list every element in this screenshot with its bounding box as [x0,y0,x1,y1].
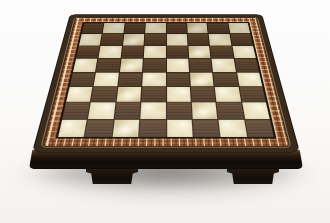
board-square-r7c8[interactable] [230,34,253,45]
board-square-r7c1[interactable] [79,34,102,45]
board-square-r5c7[interactable] [212,59,236,72]
board-square-r3c3[interactable] [116,87,141,102]
board-square-r2c3[interactable] [114,103,140,119]
board-square-r7c7[interactable] [209,34,231,45]
board-square-r6c1[interactable] [76,46,100,58]
board-square-r3c5[interactable] [167,87,191,102]
board-square-r8c4[interactable] [145,23,165,34]
board-square-r1c1[interactable] [58,119,87,136]
board-square-r7c4[interactable] [145,34,166,45]
board-square-r2c4[interactable] [141,103,166,119]
board-square-r5c4[interactable] [143,59,165,72]
board-square-r1c7[interactable] [219,119,247,136]
board-square-r1c3[interactable] [112,119,139,136]
board-square-r3c6[interactable] [191,87,216,102]
board-square-r4c7[interactable] [213,72,238,86]
board-square-r5c8[interactable] [234,59,259,72]
board-square-r2c6[interactable] [192,103,218,119]
photo-background [0,0,330,223]
board-square-r4c1[interactable] [70,72,96,86]
board-square-r4c3[interactable] [118,72,142,86]
board-square-r7c2[interactable] [101,34,123,45]
board-square-r8c1[interactable] [82,23,104,34]
board-square-r2c5[interactable] [167,103,192,119]
board-square-r3c4[interactable] [141,87,165,102]
board-square-r8c2[interactable] [103,23,125,34]
board-square-r2c2[interactable] [88,103,115,119]
board-square-r8c3[interactable] [124,23,145,34]
board-square-r4c2[interactable] [94,72,119,86]
board-square-r1c4[interactable] [139,119,165,136]
board-square-r6c7[interactable] [210,46,233,58]
board-square-r4c5[interactable] [167,72,190,86]
board-square-r6c4[interactable] [144,46,166,58]
board-square-r7c3[interactable] [123,34,145,45]
board-square-r5c5[interactable] [166,59,188,72]
board-square-r1c6[interactable] [193,119,220,136]
board-square-r8c6[interactable] [187,23,208,34]
board-square-r6c6[interactable] [188,46,210,58]
board-front-edge [29,150,303,169]
board-square-r2c8[interactable] [242,103,270,119]
board-square-r5c6[interactable] [189,59,212,72]
board-square-r7c6[interactable] [188,34,210,45]
board-square-r3c8[interactable] [239,87,266,102]
board-square-r4c4[interactable] [142,72,165,86]
board-square-r6c5[interactable] [166,46,188,58]
board-square-r4c6[interactable] [190,72,214,86]
chess-board [32,14,300,153]
board-square-r7c5[interactable] [166,34,187,45]
board-square-r8c8[interactable] [228,23,250,34]
board-square-r6c8[interactable] [232,46,256,58]
board-square-r8c5[interactable] [166,23,186,34]
board-square-r1c5[interactable] [167,119,193,136]
board-square-r4c8[interactable] [237,72,263,86]
board-square-r6c2[interactable] [99,46,122,58]
board-squares-grid [58,23,274,137]
board-square-r2c1[interactable] [62,103,90,119]
board-square-r6c3[interactable] [121,46,143,58]
board-square-r1c8[interactable] [245,119,274,136]
board-square-r1c2[interactable] [85,119,113,136]
board-square-r5c3[interactable] [120,59,143,72]
board-square-r8c7[interactable] [208,23,230,34]
board-square-r3c7[interactable] [215,87,241,102]
board-square-r3c1[interactable] [66,87,93,102]
board-square-r2c7[interactable] [217,103,244,119]
board-square-r5c1[interactable] [73,59,98,72]
board-square-r5c2[interactable] [96,59,120,72]
board-square-r3c2[interactable] [91,87,117,102]
